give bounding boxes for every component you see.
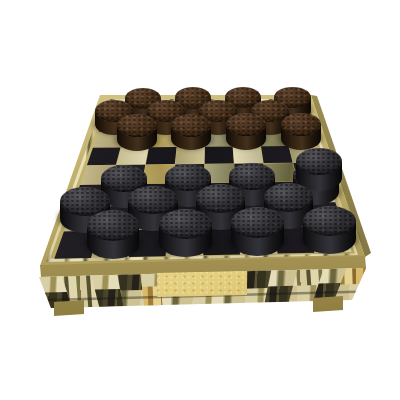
checker-piece-bronze[interactable] bbox=[171, 114, 211, 137]
product-photo-stage bbox=[0, 0, 400, 400]
checkers-board bbox=[0, 0, 400, 400]
checker-piece-black[interactable] bbox=[231, 207, 284, 238]
checker-piece-black[interactable] bbox=[264, 183, 313, 212]
checker-piece-bronze[interactable] bbox=[281, 113, 321, 136]
checker-piece-bronze[interactable] bbox=[117, 114, 157, 137]
checker-piece-black[interactable] bbox=[303, 206, 356, 237]
checker-piece-black[interactable] bbox=[296, 148, 343, 175]
checker-piece-black[interactable] bbox=[128, 186, 177, 215]
checker-piece-black[interactable] bbox=[159, 209, 212, 240]
checker-piece-black[interactable] bbox=[87, 210, 140, 241]
